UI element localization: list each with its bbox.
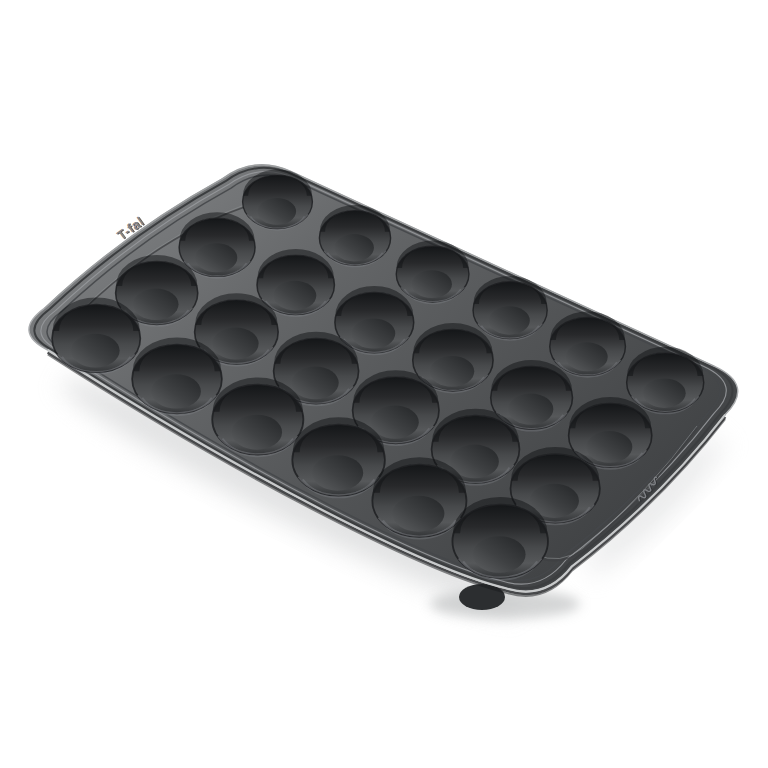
muffin-cup bbox=[550, 314, 626, 376]
muffin-cup bbox=[179, 215, 255, 277]
muffin-cup bbox=[627, 350, 704, 413]
muffin-cup bbox=[292, 421, 385, 497]
muffin-cup bbox=[473, 279, 547, 340]
muffin-cup bbox=[319, 208, 390, 266]
muffin-pan-illustration: T-fal T-fal bbox=[0, 0, 768, 768]
muffin-cup bbox=[243, 172, 313, 229]
drop-shadow bbox=[430, 589, 580, 619]
muffin-cup bbox=[372, 461, 466, 538]
muffin-cup bbox=[452, 501, 548, 579]
product-photo: T-fal T-fal bbox=[0, 0, 768, 768]
muffin-cup bbox=[52, 301, 140, 373]
muffin-cup bbox=[212, 381, 303, 456]
muffin-cup bbox=[132, 341, 222, 415]
muffin-cup bbox=[396, 243, 469, 303]
